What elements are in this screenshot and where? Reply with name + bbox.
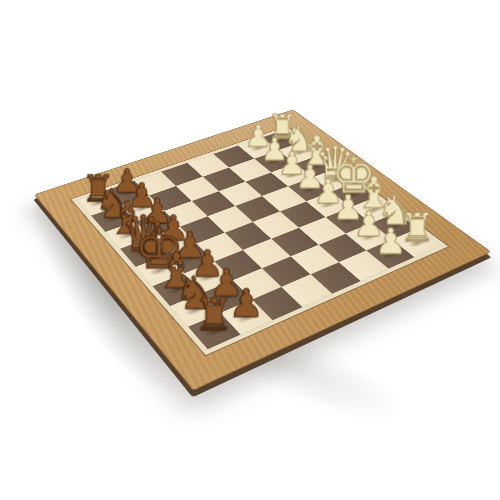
piece-black-pawn[interactable]: ♟ bbox=[229, 283, 264, 322]
chess-set-photo: ♜♟♟♜♞♟♟♞♝♟♟♝♛♟♟♛♚♟♟♚♝♟♟♝♞♟♟♞♜♟♟♜ bbox=[0, 0, 500, 500]
chess-board: ♜♟♟♜♞♟♟♞♝♟♟♝♛♟♟♛♚♟♟♚♝♟♟♝♞♟♟♞♜♟♟♜ bbox=[34, 110, 492, 391]
pieces-layer: ♜♟♟♜♞♟♟♞♝♟♟♝♛♟♟♛♚♟♟♚♝♟♟♝♞♟♟♞♜♟♟♜ bbox=[78, 130, 441, 350]
photo-scene: ♜♟♟♜♞♟♟♞♝♟♟♝♛♟♟♛♚♟♟♚♝♟♟♝♞♟♟♞♜♟♟♜ bbox=[0, 0, 500, 500]
piece-black-rook[interactable]: ♜ bbox=[195, 292, 235, 336]
piece-white-pawn[interactable]: ♟ bbox=[374, 223, 406, 259]
